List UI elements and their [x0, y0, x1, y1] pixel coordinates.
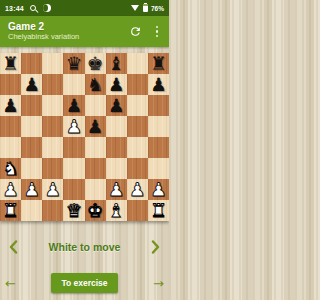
square-g7[interactable] [127, 74, 148, 95]
square-h7[interactable]: ♟ [148, 74, 169, 95]
square-a5[interactable] [0, 116, 21, 137]
square-c4[interactable] [42, 137, 63, 158]
piece-white-pawn[interactable]: ♟ [127, 179, 148, 200]
square-e5[interactable]: ♟ [85, 116, 106, 137]
square-c8[interactable] [42, 53, 63, 74]
piece-black-pawn[interactable]: ♟ [106, 74, 127, 95]
exercise-button[interactable]: To exercise [51, 273, 117, 293]
square-f8[interactable]: ♝ [106, 53, 127, 74]
app-header: Game 2 Chelyabinsk variation [0, 16, 169, 47]
piece-white-queen[interactable]: ♛ [63, 200, 84, 221]
square-d7[interactable] [63, 74, 84, 95]
moon-icon [43, 4, 51, 12]
square-d3[interactable] [63, 158, 84, 179]
square-b7[interactable]: ♟ [21, 74, 42, 95]
header-titles: Game 2 Chelyabinsk variation [8, 21, 125, 41]
piece-black-rook[interactable]: ♜ [0, 53, 21, 74]
search-icon [30, 5, 36, 11]
piece-white-rook[interactable]: ♜ [148, 200, 169, 221]
square-e4[interactable] [85, 137, 106, 158]
square-g2[interactable]: ♟ [127, 179, 148, 200]
chevron-left-button[interactable] [7, 239, 19, 255]
piece-black-pawn[interactable]: ♟ [21, 74, 42, 95]
square-d8[interactable]: ♛ [63, 53, 84, 74]
piece-black-knight[interactable]: ♞ [85, 74, 106, 95]
footer: White to move ← To exercise → [0, 223, 169, 300]
square-d1[interactable]: ♛ [63, 200, 84, 221]
piece-black-pawn[interactable]: ♟ [85, 116, 106, 137]
square-c6[interactable] [42, 95, 63, 116]
piece-white-pawn[interactable]: ♟ [42, 179, 63, 200]
square-c5[interactable] [42, 116, 63, 137]
square-c3[interactable] [42, 158, 63, 179]
piece-white-pawn[interactable]: ♟ [63, 116, 84, 137]
square-e1[interactable]: ♚ [85, 200, 106, 221]
square-g6[interactable] [127, 95, 148, 116]
square-f6[interactable]: ♟ [106, 95, 127, 116]
square-f1[interactable]: ♝ [106, 200, 127, 221]
piece-black-pawn[interactable]: ♟ [63, 95, 84, 116]
square-b1[interactable] [21, 200, 42, 221]
square-e2[interactable] [85, 179, 106, 200]
piece-black-pawn[interactable]: ♟ [148, 74, 169, 95]
move-indicator-row: White to move [0, 238, 169, 256]
square-f4[interactable] [106, 137, 127, 158]
square-e7[interactable]: ♞ [85, 74, 106, 95]
piece-white-rook[interactable]: ♜ [0, 200, 21, 221]
square-a2[interactable]: ♟ [0, 179, 21, 200]
square-a4[interactable] [0, 137, 21, 158]
square-c1[interactable] [42, 200, 63, 221]
square-e3[interactable] [85, 158, 106, 179]
square-h4[interactable] [148, 137, 169, 158]
exercise-row: ← To exercise → [0, 271, 169, 295]
refresh-icon [129, 25, 142, 38]
square-f5[interactable] [106, 116, 127, 137]
square-b6[interactable] [21, 95, 42, 116]
piece-white-pawn[interactable]: ♟ [0, 179, 21, 200]
piece-black-queen[interactable]: ♛ [63, 53, 84, 74]
arrow-right-button[interactable]: → [153, 277, 164, 290]
chevron-right-icon [151, 240, 160, 254]
square-f7[interactable]: ♟ [106, 74, 127, 95]
square-e6[interactable] [85, 95, 106, 116]
square-b3[interactable] [21, 158, 42, 179]
square-a8[interactable]: ♜ [0, 53, 21, 74]
piece-black-pawn[interactable]: ♟ [106, 95, 127, 116]
square-g3[interactable] [127, 158, 148, 179]
piece-black-pawn[interactable]: ♟ [0, 95, 21, 116]
refresh-button[interactable] [125, 22, 145, 42]
square-g5[interactable] [127, 116, 148, 137]
square-c7[interactable] [42, 74, 63, 95]
square-g8[interactable] [127, 53, 148, 74]
square-a3[interactable]: ♞ [0, 158, 21, 179]
square-h3[interactable] [148, 158, 169, 179]
square-h6[interactable] [148, 95, 169, 116]
chevron-right-button[interactable] [150, 239, 162, 255]
square-h8[interactable]: ♜ [148, 53, 169, 74]
square-a1[interactable]: ♜ [0, 200, 21, 221]
square-d4[interactable] [63, 137, 84, 158]
board-area: ♜♛♚♝♜♟♞♟♟♟♟♟♟♟♞♟♟♟♟♟♟♜♛♚♝♜ [0, 53, 169, 221]
page-subtitle: Chelyabinsk variation [8, 33, 125, 42]
square-f3[interactable] [106, 158, 127, 179]
square-b4[interactable] [21, 137, 42, 158]
arrow-right-icon: → [153, 276, 164, 291]
clock: 13:44 [5, 5, 24, 12]
square-g4[interactable] [127, 137, 148, 158]
piece-white-bishop[interactable]: ♝ [106, 200, 127, 221]
piece-black-rook[interactable]: ♜ [148, 53, 169, 74]
square-h2[interactable]: ♟ [148, 179, 169, 200]
overflow-menu-icon [156, 26, 158, 37]
battery-percent: 76% [151, 5, 164, 12]
square-b2[interactable]: ♟ [21, 179, 42, 200]
piece-black-bishop[interactable]: ♝ [106, 53, 127, 74]
chevron-left-icon [9, 240, 18, 254]
square-g1[interactable] [127, 200, 148, 221]
square-f2[interactable]: ♟ [106, 179, 127, 200]
move-indicator: White to move [49, 241, 121, 253]
wifi-icon [131, 5, 139, 11]
square-d2[interactable] [63, 179, 84, 200]
square-e8[interactable]: ♚ [85, 53, 106, 74]
piece-white-pawn[interactable]: ♟ [21, 179, 42, 200]
square-h5[interactable] [148, 116, 169, 137]
square-b5[interactable] [21, 116, 42, 137]
piece-black-king[interactable]: ♚ [85, 53, 106, 74]
square-c2[interactable]: ♟ [42, 179, 63, 200]
status-bar: 13:44 76% [0, 0, 169, 16]
square-b8[interactable] [21, 53, 42, 74]
piece-white-pawn[interactable]: ♟ [106, 179, 127, 200]
piece-white-pawn[interactable]: ♟ [148, 179, 169, 200]
piece-white-king[interactable]: ♚ [85, 200, 106, 221]
chess-board[interactable]: ♜♛♚♝♜♟♞♟♟♟♟♟♟♟♞♟♟♟♟♟♟♜♛♚♝♜ [0, 53, 169, 221]
arrow-left-icon: ← [5, 276, 16, 291]
arrow-left-button[interactable]: ← [5, 277, 16, 290]
square-h1[interactable]: ♜ [148, 200, 169, 221]
square-d5[interactable]: ♟ [63, 116, 84, 137]
battery-icon [143, 4, 148, 12]
square-d6[interactable]: ♟ [63, 95, 84, 116]
square-a7[interactable] [0, 74, 21, 95]
overflow-menu-button[interactable] [151, 22, 163, 42]
piece-white-knight[interactable]: ♞ [0, 158, 21, 179]
square-a6[interactable]: ♟ [0, 95, 21, 116]
